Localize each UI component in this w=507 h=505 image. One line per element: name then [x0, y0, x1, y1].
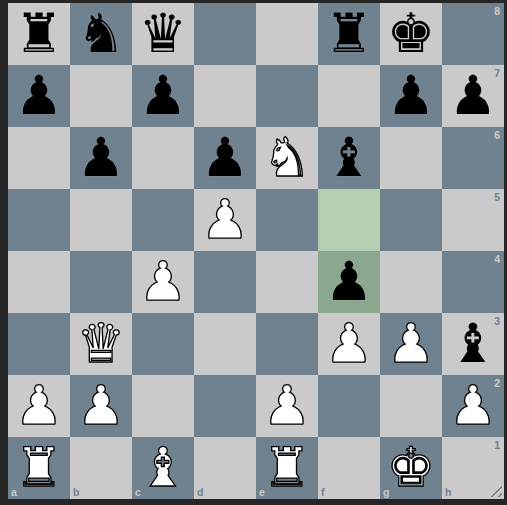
square-d6[interactable]: ♟	[194, 127, 256, 189]
square-g4[interactable]	[380, 251, 442, 313]
square-a7[interactable]: ♟	[8, 65, 70, 127]
square-c5[interactable]	[132, 189, 194, 251]
square-g5[interactable]	[380, 189, 442, 251]
black-pawn[interactable]: ♟	[139, 65, 187, 127]
square-g2[interactable]	[380, 375, 442, 437]
black-pawn[interactable]: ♟	[201, 127, 249, 189]
file-label-h: h	[445, 486, 451, 498]
black-bishop[interactable]: ♝	[449, 313, 497, 375]
square-e6[interactable]: ♞	[256, 127, 318, 189]
white-pawn[interactable]: ♟	[77, 375, 125, 437]
square-b3[interactable]: ♛	[70, 313, 132, 375]
square-a1[interactable]: ♜a	[8, 437, 70, 499]
square-e2[interactable]: ♟	[256, 375, 318, 437]
square-g1[interactable]: ♚g	[380, 437, 442, 499]
black-pawn[interactable]: ♟	[77, 127, 125, 189]
square-h7[interactable]: ♟7	[442, 65, 504, 127]
file-label-f: f	[321, 486, 325, 498]
square-d1[interactable]: d	[194, 437, 256, 499]
square-f7[interactable]	[318, 65, 380, 127]
square-g8[interactable]: ♚	[380, 3, 442, 65]
white-pawn[interactable]: ♟	[201, 189, 249, 251]
square-c8[interactable]: ♛	[132, 3, 194, 65]
rank-label-5: 5	[494, 191, 500, 203]
square-g7[interactable]: ♟	[380, 65, 442, 127]
black-pawn[interactable]: ♟	[325, 251, 373, 313]
rank-label-1: 1	[494, 439, 500, 451]
resize-handle-icon[interactable]	[490, 485, 502, 497]
black-knight[interactable]: ♞	[77, 3, 125, 65]
square-d5[interactable]: ♟	[194, 189, 256, 251]
square-f3[interactable]: ♟	[318, 313, 380, 375]
black-queen[interactable]: ♛	[139, 3, 187, 65]
board-frame: ♜♞♛♜♚8♟♟♟♟7♟♟♞♝6♟5♟♟4♛♟♟♝3♟♟♟♟2♜ab♝cd♜ef…	[0, 0, 507, 505]
square-d7[interactable]	[194, 65, 256, 127]
square-f6[interactable]: ♝	[318, 127, 380, 189]
square-e1[interactable]: ♜e	[256, 437, 318, 499]
square-d8[interactable]	[194, 3, 256, 65]
square-h5[interactable]: 5	[442, 189, 504, 251]
black-pawn[interactable]: ♟	[15, 65, 63, 127]
square-b2[interactable]: ♟	[70, 375, 132, 437]
square-a5[interactable]	[8, 189, 70, 251]
square-c6[interactable]	[132, 127, 194, 189]
square-h3[interactable]: ♝3	[442, 313, 504, 375]
white-rook[interactable]: ♜	[263, 437, 311, 499]
square-g3[interactable]: ♟	[380, 313, 442, 375]
square-c1[interactable]: ♝c	[132, 437, 194, 499]
chess-board: ♜♞♛♜♚8♟♟♟♟7♟♟♞♝6♟5♟♟4♛♟♟♝3♟♟♟♟2♜ab♝cd♜ef…	[8, 3, 504, 499]
square-h8[interactable]: 8	[442, 3, 504, 65]
square-h2[interactable]: ♟2	[442, 375, 504, 437]
square-f8[interactable]: ♜	[318, 3, 380, 65]
rank-label-6: 6	[494, 129, 500, 141]
square-c7[interactable]: ♟	[132, 65, 194, 127]
square-f2[interactable]	[318, 375, 380, 437]
square-h6[interactable]: 6	[442, 127, 504, 189]
square-e8[interactable]	[256, 3, 318, 65]
square-e7[interactable]	[256, 65, 318, 127]
square-c3[interactable]	[132, 313, 194, 375]
square-b7[interactable]	[70, 65, 132, 127]
square-b6[interactable]: ♟	[70, 127, 132, 189]
square-c2[interactable]	[132, 375, 194, 437]
square-g6[interactable]	[380, 127, 442, 189]
white-king[interactable]: ♚	[387, 437, 435, 499]
square-e3[interactable]	[256, 313, 318, 375]
white-knight[interactable]: ♞	[263, 127, 311, 189]
square-f1[interactable]: f	[318, 437, 380, 499]
white-pawn[interactable]: ♟	[387, 313, 435, 375]
square-f5[interactable]	[318, 189, 380, 251]
square-a2[interactable]: ♟	[8, 375, 70, 437]
white-pawn[interactable]: ♟	[325, 313, 373, 375]
square-a6[interactable]	[8, 127, 70, 189]
white-bishop[interactable]: ♝	[139, 437, 187, 499]
square-f4[interactable]: ♟	[318, 251, 380, 313]
black-bishop[interactable]: ♝	[325, 127, 373, 189]
black-pawn[interactable]: ♟	[387, 65, 435, 127]
square-e4[interactable]	[256, 251, 318, 313]
square-d4[interactable]	[194, 251, 256, 313]
white-rook[interactable]: ♜	[15, 437, 63, 499]
black-pawn[interactable]: ♟	[449, 65, 497, 127]
black-rook[interactable]: ♜	[325, 3, 373, 65]
square-h1[interactable]: 1h	[442, 437, 504, 499]
square-c4[interactable]: ♟	[132, 251, 194, 313]
square-a3[interactable]	[8, 313, 70, 375]
rank-label-4: 4	[494, 253, 500, 265]
square-d3[interactable]	[194, 313, 256, 375]
square-a4[interactable]	[8, 251, 70, 313]
square-e5[interactable]	[256, 189, 318, 251]
rank-label-8: 8	[494, 5, 500, 17]
white-pawn[interactable]: ♟	[15, 375, 63, 437]
square-b8[interactable]: ♞	[70, 3, 132, 65]
black-king[interactable]: ♚	[387, 3, 435, 65]
white-pawn[interactable]: ♟	[449, 375, 497, 437]
square-h4[interactable]: 4	[442, 251, 504, 313]
file-label-b: b	[73, 486, 79, 498]
black-rook[interactable]: ♜	[15, 3, 63, 65]
square-b1[interactable]: b	[70, 437, 132, 499]
white-pawn[interactable]: ♟	[139, 251, 187, 313]
white-queen[interactable]: ♛	[77, 313, 125, 375]
square-a8[interactable]: ♜	[8, 3, 70, 65]
square-b5[interactable]	[70, 189, 132, 251]
white-pawn[interactable]: ♟	[263, 375, 311, 437]
file-label-d: d	[197, 486, 203, 498]
square-b4[interactable]	[70, 251, 132, 313]
square-d2[interactable]	[194, 375, 256, 437]
